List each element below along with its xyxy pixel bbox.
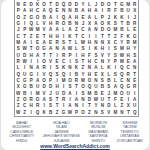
page-background: { "game": "word-search", "theme": "Relig… [0,0,150,150]
grid-cell: Q [132,110,138,116]
word-list-column-1: BAHAIBUDDHISTCANDOMBLECHRISTIANITYHINDU [9,121,34,142]
site-url[interactable]: www.WordSearchAddict.com [1,143,149,149]
word-list-column-2: HOA HAOISLAMJAINISMJEHOVAH'S WITNESSJUDA… [43,121,80,142]
puzzle-page: JTGQLDKBNURASTAFARINEDKOTDQDDYLJDOTGMRPA… [1,0,149,150]
word-list-column-4: SIKHISMTAOISMTENRIKYOUNITARIANZOROASTRIA… [117,121,143,142]
word-list-column-3: MORMONMUSLIMRASTAFARISANTERIASHINTO [89,121,109,142]
word-list: BAHAIBUDDHISTCANDOMBLECHRISTIANITYHINDUH… [5,121,147,142]
word-search-grid: JTGQLDKBNURASTAFARINEDKOTDQDDYLJDOTGMRPA… [14,0,139,117]
